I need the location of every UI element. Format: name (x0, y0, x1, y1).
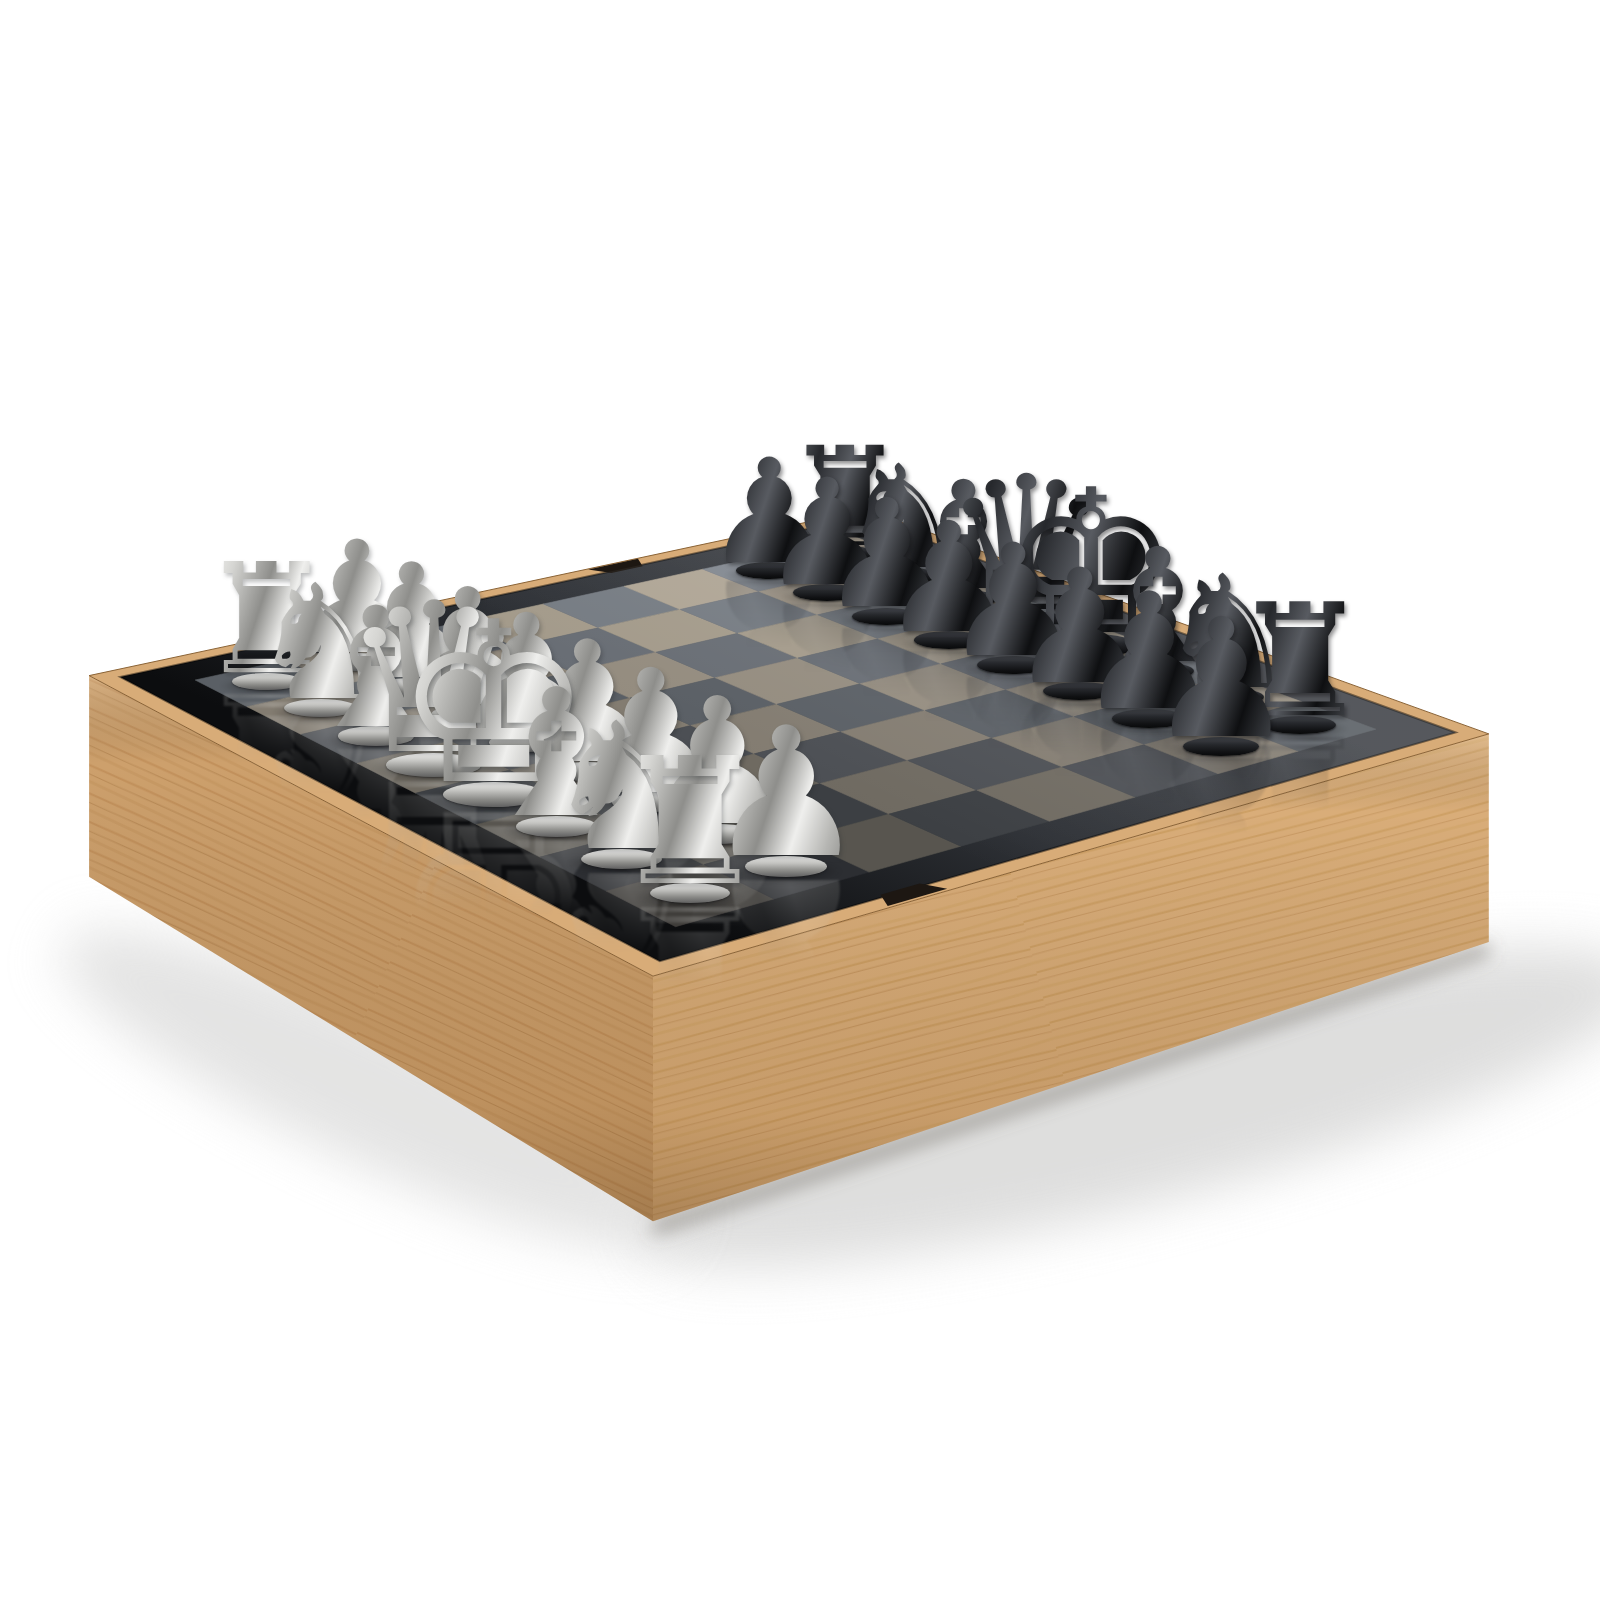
pieces-layer: ♜♜♟♟♞♞♟♟♝♝♟♟♛♛♟♟♚♚♟♟♟♟♝♝♜♜♟♟♟♟♞♞♞♞♟♟♟♟♜♜… (0, 0, 1600, 1600)
piece-black-pawn-h7[interactable]: ♟ (1147, 597, 1295, 762)
piece-white-rook-h1[interactable]: ♜ (611, 735, 768, 910)
product-photo-stage: ♜♜♟♟♞♞♟♟♝♝♟♟♛♛♟♟♚♚♟♟♟♟♝♝♜♜♟♟♟♟♞♞♞♞♟♟♟♟♜♜… (0, 0, 1600, 1600)
